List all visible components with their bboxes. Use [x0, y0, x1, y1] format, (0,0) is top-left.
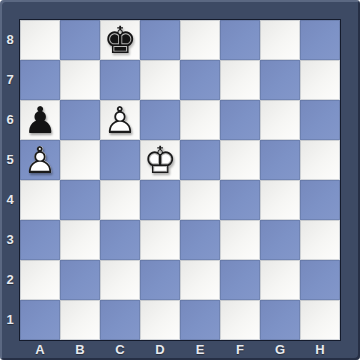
- black-king-glyph: ♚: [100, 20, 140, 60]
- square-a7[interactable]: [20, 60, 60, 100]
- square-e3[interactable]: [180, 220, 220, 260]
- rank-label-2: 2: [0, 260, 20, 300]
- square-d1[interactable]: [140, 300, 180, 340]
- square-f4[interactable]: [220, 180, 260, 220]
- rank-label-5: 5: [0, 140, 20, 180]
- rank-labels: 87654321: [0, 20, 20, 340]
- square-e8[interactable]: [180, 20, 220, 60]
- square-h5[interactable]: [300, 140, 340, 180]
- square-g8[interactable]: [260, 20, 300, 60]
- square-c2[interactable]: [100, 260, 140, 300]
- square-a5[interactable]: ♟♙: [20, 140, 60, 180]
- square-b5[interactable]: [60, 140, 100, 180]
- square-d2[interactable]: [140, 260, 180, 300]
- square-c4[interactable]: [100, 180, 140, 220]
- square-c8[interactable]: ♚: [100, 20, 140, 60]
- square-c7[interactable]: [100, 60, 140, 100]
- square-b7[interactable]: [60, 60, 100, 100]
- white-pawn-glyph: ♙: [100, 100, 140, 140]
- square-f2[interactable]: [220, 260, 260, 300]
- square-g1[interactable]: [260, 300, 300, 340]
- white-pawn-glyph: ♙: [20, 140, 60, 180]
- rank-label-8: 8: [0, 20, 20, 60]
- square-c5[interactable]: [100, 140, 140, 180]
- square-h1[interactable]: [300, 300, 340, 340]
- square-d6[interactable]: [140, 100, 180, 140]
- square-h2[interactable]: [300, 260, 340, 300]
- square-d4[interactable]: [140, 180, 180, 220]
- square-a2[interactable]: [20, 260, 60, 300]
- white-king[interactable]: ♚♔: [140, 140, 180, 180]
- square-g6[interactable]: [260, 100, 300, 140]
- square-c1[interactable]: [100, 300, 140, 340]
- black-pawn-glyph: ♟: [20, 100, 60, 140]
- white-pawn[interactable]: ♟♙: [100, 100, 140, 140]
- square-b1[interactable]: [60, 300, 100, 340]
- file-label-b: B: [60, 340, 100, 360]
- square-h8[interactable]: [300, 20, 340, 60]
- white-king-glyph: ♔: [140, 140, 180, 180]
- square-f1[interactable]: [220, 300, 260, 340]
- square-e6[interactable]: [180, 100, 220, 140]
- rank-label-4: 4: [0, 180, 20, 220]
- square-h7[interactable]: [300, 60, 340, 100]
- square-c3[interactable]: [100, 220, 140, 260]
- square-b2[interactable]: [60, 260, 100, 300]
- square-f7[interactable]: [220, 60, 260, 100]
- square-a3[interactable]: [20, 220, 60, 260]
- square-g7[interactable]: [260, 60, 300, 100]
- file-label-f: F: [220, 340, 260, 360]
- rank-label-7: 7: [0, 60, 20, 100]
- square-f8[interactable]: [220, 20, 260, 60]
- rank-label-3: 3: [0, 220, 20, 260]
- file-label-c: C: [100, 340, 140, 360]
- square-b4[interactable]: [60, 180, 100, 220]
- square-a8[interactable]: [20, 20, 60, 60]
- file-labels: ABCDEFGH: [20, 340, 340, 360]
- rank-label-6: 6: [0, 100, 20, 140]
- square-d5[interactable]: ♚♔: [140, 140, 180, 180]
- square-e2[interactable]: [180, 260, 220, 300]
- square-e5[interactable]: [180, 140, 220, 180]
- square-a1[interactable]: [20, 300, 60, 340]
- square-a6[interactable]: ♟: [20, 100, 60, 140]
- square-h6[interactable]: [300, 100, 340, 140]
- square-b3[interactable]: [60, 220, 100, 260]
- square-h4[interactable]: [300, 180, 340, 220]
- square-g2[interactable]: [260, 260, 300, 300]
- chessboard[interactable]: ♚♟♟♙♟♙♚♔: [20, 20, 340, 340]
- file-label-g: G: [260, 340, 300, 360]
- square-g4[interactable]: [260, 180, 300, 220]
- chess-diagram: 87654321 ABCDEFGH ♚♟♟♙♟♙♚♔: [0, 0, 360, 360]
- square-e4[interactable]: [180, 180, 220, 220]
- square-f3[interactable]: [220, 220, 260, 260]
- square-g3[interactable]: [260, 220, 300, 260]
- square-e1[interactable]: [180, 300, 220, 340]
- square-d7[interactable]: [140, 60, 180, 100]
- square-b6[interactable]: [60, 100, 100, 140]
- square-c6[interactable]: ♟♙: [100, 100, 140, 140]
- file-label-d: D: [140, 340, 180, 360]
- rank-label-1: 1: [0, 300, 20, 340]
- file-label-h: H: [300, 340, 340, 360]
- square-e7[interactable]: [180, 60, 220, 100]
- black-king[interactable]: ♚: [100, 20, 140, 60]
- square-g5[interactable]: [260, 140, 300, 180]
- square-d3[interactable]: [140, 220, 180, 260]
- square-f5[interactable]: [220, 140, 260, 180]
- chessboard-frame: 87654321 ABCDEFGH ♚♟♟♙♟♙♚♔: [0, 0, 360, 360]
- black-pawn[interactable]: ♟: [20, 100, 60, 140]
- file-label-e: E: [180, 340, 220, 360]
- square-b8[interactable]: [60, 20, 100, 60]
- square-d8[interactable]: [140, 20, 180, 60]
- square-a4[interactable]: [20, 180, 60, 220]
- square-f6[interactable]: [220, 100, 260, 140]
- file-label-a: A: [20, 340, 60, 360]
- square-h3[interactable]: [300, 220, 340, 260]
- white-pawn[interactable]: ♟♙: [20, 140, 60, 180]
